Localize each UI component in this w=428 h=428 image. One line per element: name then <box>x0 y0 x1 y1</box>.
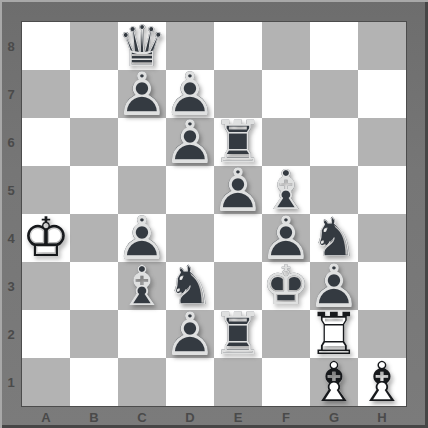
rank-labels: 87654321 <box>0 22 22 406</box>
black-bishop-c3[interactable]: ♝♗ <box>118 262 166 310</box>
rank-label-6: 6 <box>0 118 22 166</box>
rank-label-4: 4 <box>0 214 22 262</box>
bishop-glyph-outline: ♗ <box>358 358 406 406</box>
pawn-glyph-outline: ♙ <box>166 118 214 166</box>
bishop-glyph-outline: ♗ <box>310 358 358 406</box>
white-bishop-h1[interactable]: ♝♗ <box>358 358 406 406</box>
file-label-c: C <box>118 406 166 428</box>
file-label-a: A <box>22 406 70 428</box>
rank-label-7: 7 <box>0 70 22 118</box>
white-king-a4[interactable]: ♚♔ <box>22 214 70 262</box>
black-pawn-d2[interactable]: ♟♙ <box>166 310 214 358</box>
bishop-glyph-outline: ♗ <box>118 262 166 310</box>
file-label-f: F <box>262 406 310 428</box>
rank-label-1: 1 <box>0 358 22 406</box>
black-pawn-e5[interactable]: ♟♙ <box>214 166 262 214</box>
black-king-f3[interactable]: ♚♔ <box>262 262 310 310</box>
pawn-glyph-outline: ♙ <box>118 70 166 118</box>
file-label-d: D <box>166 406 214 428</box>
black-pawn-d6[interactable]: ♟♙ <box>166 118 214 166</box>
rank-label-5: 5 <box>0 166 22 214</box>
file-label-g: G <box>310 406 358 428</box>
black-rook-e2[interactable]: ♜♖ <box>214 310 262 358</box>
rank-label-8: 8 <box>0 22 22 70</box>
rank-label-3: 3 <box>0 262 22 310</box>
pawn-glyph-outline: ♙ <box>214 166 262 214</box>
file-label-e: E <box>214 406 262 428</box>
file-label-b: B <box>70 406 118 428</box>
rank-label-2: 2 <box>0 310 22 358</box>
white-bishop-g1[interactable]: ♝♗ <box>310 358 358 406</box>
file-label-h: H <box>358 406 406 428</box>
rook-glyph-outline: ♖ <box>214 310 262 358</box>
king-glyph-outline: ♔ <box>262 262 310 310</box>
pieces-layer: ♛♕♟♙♟♙♟♙♜♖♟♙♝♗♚♔♟♙♟♙♞♘♝♗♞♘♚♔♟♙♟♙♜♖♜♖♝♗♝♗ <box>22 22 406 406</box>
black-pawn-c7[interactable]: ♟♙ <box>118 70 166 118</box>
pawn-glyph-outline: ♙ <box>166 310 214 358</box>
board-frame: 87654321 ♛♕♟♙♟♙♟♙♜♖♟♙♝♗♚♔♟♙♟♙♞♘♝♗♞♘♚♔♟♙♟… <box>0 0 428 428</box>
king-glyph-outline: ♔ <box>22 214 70 262</box>
file-labels: ABCDEFGH <box>22 406 406 428</box>
